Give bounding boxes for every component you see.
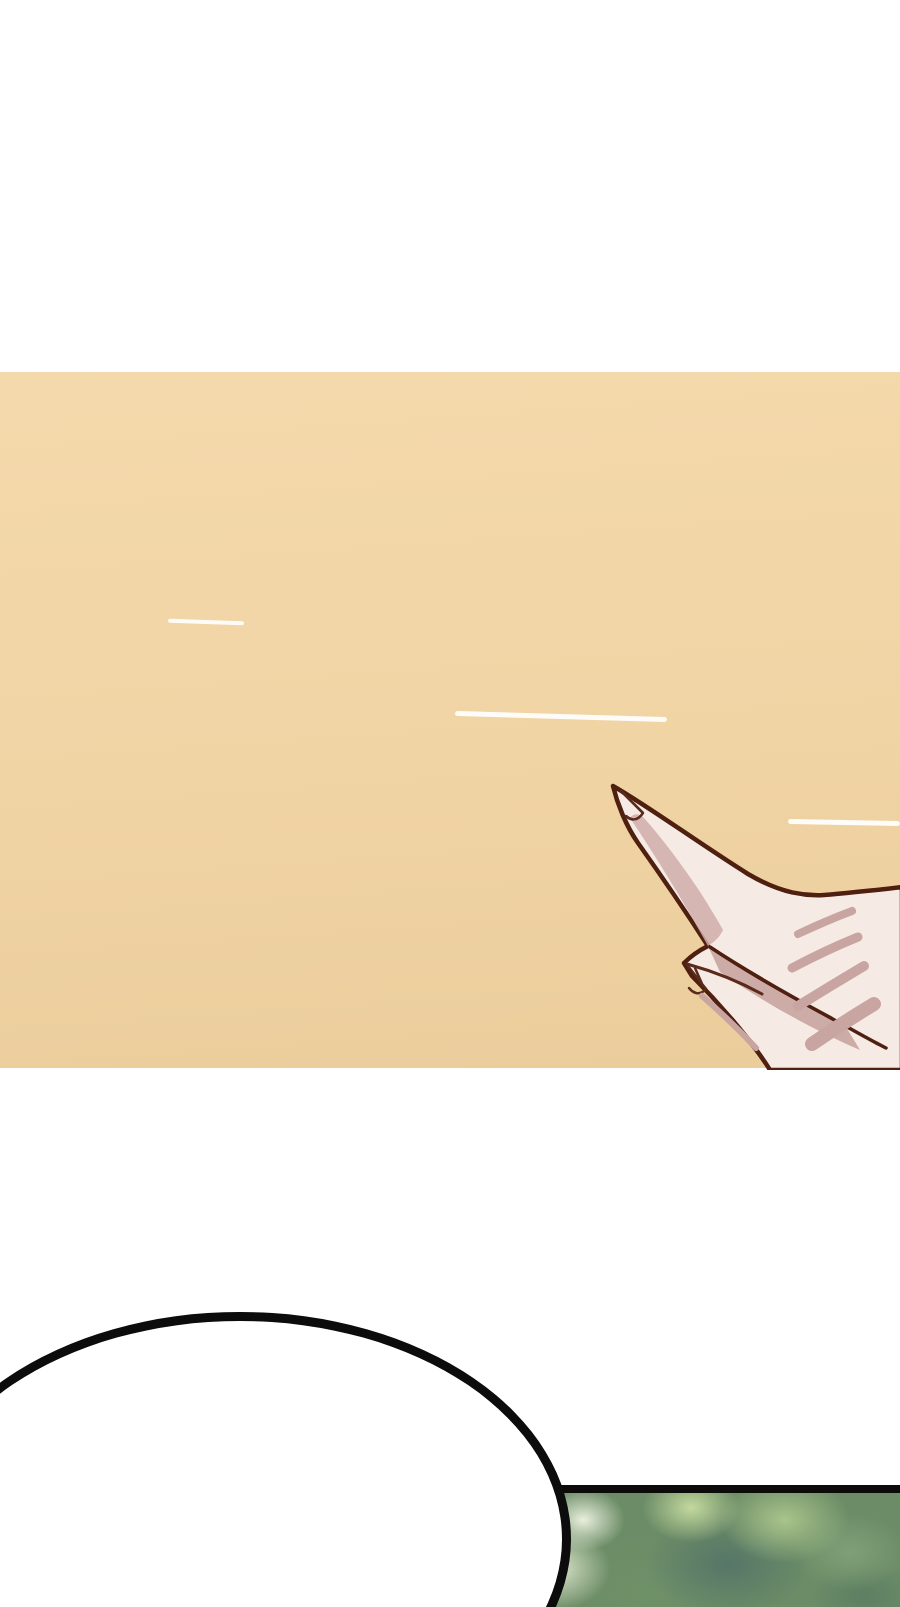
speech-bubble bbox=[0, 1312, 571, 1607]
board-glare bbox=[168, 619, 244, 626]
hand-illustration bbox=[550, 735, 900, 1070]
board-glare bbox=[455, 711, 667, 722]
comic-page bbox=[0, 0, 900, 1607]
next-panel-preview bbox=[540, 1485, 900, 1607]
hand-silhouette bbox=[613, 786, 900, 1070]
